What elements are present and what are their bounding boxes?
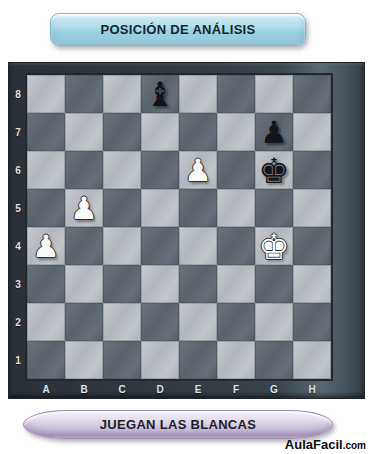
black-pawn[interactable]: ♟ <box>260 117 288 148</box>
title-banner: POSICIÓN DE ANÁLISIS <box>50 13 306 46</box>
file-label-f: F <box>217 381 255 398</box>
rank-label-2: 2 <box>9 303 27 341</box>
square-h5[interactable] <box>293 189 331 227</box>
square-b2[interactable] <box>65 303 103 341</box>
square-b6[interactable] <box>65 151 103 189</box>
file-labels: ABCDEFGH <box>27 381 331 398</box>
file-label-g: G <box>255 381 293 398</box>
chess-board: 87654321 ♝♟♟♚♟♟♚ ABCDEFGH <box>8 62 365 399</box>
square-h3[interactable] <box>293 265 331 303</box>
file-label-b: B <box>65 381 103 398</box>
square-f5[interactable] <box>217 189 255 227</box>
square-g3[interactable] <box>255 265 293 303</box>
square-h7[interactable] <box>293 113 331 151</box>
file-label-a: A <box>27 381 65 398</box>
square-g8[interactable] <box>255 75 293 113</box>
square-e3[interactable] <box>179 265 217 303</box>
rank-labels: 87654321 <box>9 75 27 379</box>
square-a8[interactable] <box>27 75 65 113</box>
white-pawn[interactable]: ♟ <box>184 155 212 186</box>
square-b3[interactable] <box>65 265 103 303</box>
square-a3[interactable] <box>27 265 65 303</box>
square-d4[interactable] <box>141 227 179 265</box>
black-bishop[interactable]: ♝ <box>145 77 175 111</box>
square-e1[interactable] <box>179 341 217 379</box>
square-e4[interactable] <box>179 227 217 265</box>
rank-label-6: 6 <box>9 151 27 189</box>
square-d2[interactable] <box>141 303 179 341</box>
square-b7[interactable] <box>65 113 103 151</box>
square-g6[interactable]: ♚ <box>255 151 293 189</box>
rank-label-1: 1 <box>9 341 27 379</box>
square-h2[interactable] <box>293 303 331 341</box>
square-h6[interactable] <box>293 151 331 189</box>
square-d3[interactable] <box>141 265 179 303</box>
square-h8[interactable] <box>293 75 331 113</box>
square-d6[interactable] <box>141 151 179 189</box>
square-c3[interactable] <box>103 265 141 303</box>
square-e8[interactable] <box>179 75 217 113</box>
square-g1[interactable] <box>255 341 293 379</box>
square-h1[interactable] <box>293 341 331 379</box>
square-c5[interactable] <box>103 189 141 227</box>
file-label-c: C <box>103 381 141 398</box>
square-d1[interactable] <box>141 341 179 379</box>
square-a1[interactable] <box>27 341 65 379</box>
rank-label-3: 3 <box>9 265 27 303</box>
square-f8[interactable] <box>217 75 255 113</box>
square-a6[interactable] <box>27 151 65 189</box>
square-f7[interactable] <box>217 113 255 151</box>
square-f6[interactable] <box>217 151 255 189</box>
square-f4[interactable] <box>217 227 255 265</box>
square-g7[interactable]: ♟ <box>255 113 293 151</box>
square-c2[interactable] <box>103 303 141 341</box>
square-f1[interactable] <box>217 341 255 379</box>
square-d8[interactable]: ♝ <box>141 75 179 113</box>
square-c7[interactable] <box>103 113 141 151</box>
square-g2[interactable] <box>255 303 293 341</box>
square-a7[interactable] <box>27 113 65 151</box>
square-e7[interactable] <box>179 113 217 151</box>
file-label-d: D <box>141 381 179 398</box>
brand: AulaFacil.com <box>285 437 366 452</box>
board-grid: ♝♟♟♚♟♟♚ <box>27 75 331 379</box>
rank-label-4: 4 <box>9 227 27 265</box>
square-c4[interactable] <box>103 227 141 265</box>
square-e6[interactable]: ♟ <box>179 151 217 189</box>
to-move-label: JUEGAN LAS BLANCAS <box>100 417 256 432</box>
square-e5[interactable] <box>179 189 217 227</box>
square-h4[interactable] <box>293 227 331 265</box>
file-label-h: H <box>293 381 331 398</box>
square-b4[interactable] <box>65 227 103 265</box>
square-b5[interactable]: ♟ <box>65 189 103 227</box>
file-label-e: E <box>179 381 217 398</box>
square-b1[interactable] <box>65 341 103 379</box>
square-d7[interactable] <box>141 113 179 151</box>
square-b8[interactable] <box>65 75 103 113</box>
square-c1[interactable] <box>103 341 141 379</box>
black-king[interactable]: ♚ <box>258 153 289 188</box>
square-f3[interactable] <box>217 265 255 303</box>
square-f2[interactable] <box>217 303 255 341</box>
brand-name: AulaFacil <box>285 437 343 452</box>
square-c6[interactable] <box>103 151 141 189</box>
square-g5[interactable] <box>255 189 293 227</box>
rank-label-7: 7 <box>9 113 27 151</box>
white-king[interactable]: ♚ <box>258 229 289 264</box>
square-e2[interactable] <box>179 303 217 341</box>
square-g4[interactable]: ♚ <box>255 227 293 265</box>
square-a5[interactable] <box>27 189 65 227</box>
footer-banner: JUEGAN LAS BLANCAS <box>23 410 333 439</box>
brand-suffix: .com <box>343 440 366 451</box>
white-pawn[interactable]: ♟ <box>32 231 60 262</box>
page-title: POSICIÓN DE ANÁLISIS <box>100 22 255 37</box>
square-d5[interactable] <box>141 189 179 227</box>
square-a2[interactable] <box>27 303 65 341</box>
white-pawn[interactable]: ♟ <box>70 193 98 224</box>
page: POSICIÓN DE ANÁLISIS 87654321 ♝♟♟♚♟♟♚ AB… <box>0 0 371 454</box>
rank-label-8: 8 <box>9 75 27 113</box>
square-a4[interactable]: ♟ <box>27 227 65 265</box>
rank-label-5: 5 <box>9 189 27 227</box>
square-c8[interactable] <box>103 75 141 113</box>
